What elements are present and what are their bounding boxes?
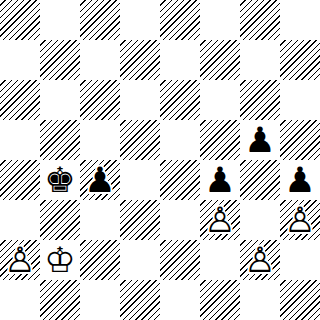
square-c5[interactable]	[80, 120, 120, 160]
piece-white-king[interactable]: ♚♔	[40, 240, 80, 280]
square-e5[interactable]	[160, 120, 200, 160]
black-pawn-icon: ♟	[200, 160, 240, 200]
square-c2[interactable]	[80, 240, 120, 280]
square-g4[interactable]	[240, 160, 280, 200]
square-g3[interactable]	[240, 200, 280, 240]
square-b1[interactable]	[40, 280, 80, 320]
square-a8[interactable]	[0, 0, 40, 40]
square-b2[interactable]: ♚♔	[40, 240, 80, 280]
square-d1[interactable]	[120, 280, 160, 320]
square-a5[interactable]	[0, 120, 40, 160]
square-b7[interactable]	[40, 40, 80, 80]
square-h7[interactable]	[280, 40, 320, 80]
square-e6[interactable]	[160, 80, 200, 120]
square-e7[interactable]	[160, 40, 200, 80]
square-f3[interactable]: ♟♙	[200, 200, 240, 240]
square-d3[interactable]	[120, 200, 160, 240]
square-f5[interactable]	[200, 120, 240, 160]
square-c1[interactable]	[80, 280, 120, 320]
square-f6[interactable]	[200, 80, 240, 120]
white-king-icon: ♔	[40, 240, 80, 280]
square-d4[interactable]	[120, 160, 160, 200]
square-e2[interactable]	[160, 240, 200, 280]
square-d5[interactable]	[120, 120, 160, 160]
black-pawn-icon: ♟	[80, 160, 120, 200]
piece-black-pawn[interactable]: ♟	[280, 160, 320, 200]
piece-white-pawn[interactable]: ♟♙	[280, 200, 320, 240]
square-h1[interactable]	[280, 280, 320, 320]
chess-diagram: ♟♚♟♟♟♟♙♟♙♟♙♚♔♟♙	[0, 0, 320, 320]
piece-black-pawn[interactable]: ♟	[240, 120, 280, 160]
square-f1[interactable]	[200, 280, 240, 320]
square-d8[interactable]	[120, 0, 160, 40]
square-h4[interactable]: ♟	[280, 160, 320, 200]
square-g8[interactable]	[240, 0, 280, 40]
square-h3[interactable]: ♟♙	[280, 200, 320, 240]
square-c3[interactable]	[80, 200, 120, 240]
chess-board: ♟♚♟♟♟♟♙♟♙♟♙♚♔♟♙	[0, 0, 320, 320]
square-f4[interactable]: ♟	[200, 160, 240, 200]
square-e4[interactable]	[160, 160, 200, 200]
square-h8[interactable]	[280, 0, 320, 40]
square-f2[interactable]	[200, 240, 240, 280]
square-g5[interactable]: ♟	[240, 120, 280, 160]
square-g7[interactable]	[240, 40, 280, 80]
square-b5[interactable]	[40, 120, 80, 160]
square-d7[interactable]	[120, 40, 160, 80]
square-c4[interactable]: ♟	[80, 160, 120, 200]
square-b4[interactable]: ♚	[40, 160, 80, 200]
square-a7[interactable]	[0, 40, 40, 80]
square-c7[interactable]	[80, 40, 120, 80]
white-pawn-icon: ♙	[0, 240, 40, 280]
square-e3[interactable]	[160, 200, 200, 240]
square-b6[interactable]	[40, 80, 80, 120]
square-a6[interactable]	[0, 80, 40, 120]
piece-white-pawn[interactable]: ♟♙	[0, 240, 40, 280]
square-a2[interactable]: ♟♙	[0, 240, 40, 280]
square-f8[interactable]	[200, 0, 240, 40]
square-g2[interactable]: ♟♙	[240, 240, 280, 280]
square-g6[interactable]	[240, 80, 280, 120]
square-a1[interactable]	[0, 280, 40, 320]
piece-white-pawn[interactable]: ♟♙	[240, 240, 280, 280]
black-king-icon: ♚	[40, 160, 80, 200]
square-a3[interactable]	[0, 200, 40, 240]
square-b3[interactable]	[40, 200, 80, 240]
white-pawn-icon: ♙	[200, 200, 240, 240]
square-b8[interactable]	[40, 0, 80, 40]
black-pawn-icon: ♟	[280, 160, 320, 200]
square-d6[interactable]	[120, 80, 160, 120]
square-h5[interactable]	[280, 120, 320, 160]
square-h6[interactable]	[280, 80, 320, 120]
square-h2[interactable]	[280, 240, 320, 280]
square-c6[interactable]	[80, 80, 120, 120]
piece-black-pawn[interactable]: ♟	[200, 160, 240, 200]
square-d2[interactable]	[120, 240, 160, 280]
white-pawn-icon: ♙	[280, 200, 320, 240]
square-e1[interactable]	[160, 280, 200, 320]
square-f7[interactable]	[200, 40, 240, 80]
piece-black-king[interactable]: ♚	[40, 160, 80, 200]
square-e8[interactable]	[160, 0, 200, 40]
piece-white-pawn[interactable]: ♟♙	[200, 200, 240, 240]
square-c8[interactable]	[80, 0, 120, 40]
square-g1[interactable]	[240, 280, 280, 320]
square-a4[interactable]	[0, 160, 40, 200]
white-pawn-icon: ♙	[240, 240, 280, 280]
black-pawn-icon: ♟	[240, 120, 280, 160]
piece-black-pawn[interactable]: ♟	[80, 160, 120, 200]
